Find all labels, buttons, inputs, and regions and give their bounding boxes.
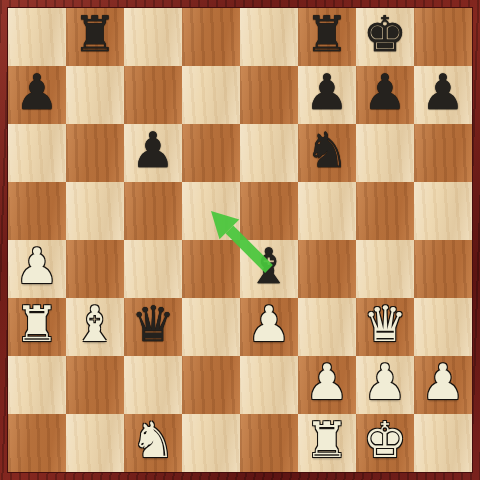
square-e6[interactable]: [240, 124, 298, 182]
piece-white-knight[interactable]: ♞: [131, 412, 175, 470]
square-f2[interactable]: ♟: [298, 356, 356, 414]
square-h6[interactable]: [414, 124, 472, 182]
square-a5[interactable]: [8, 182, 66, 240]
square-a3[interactable]: ♜: [8, 298, 66, 356]
square-b1[interactable]: [66, 414, 124, 472]
square-d2[interactable]: [182, 356, 240, 414]
square-b5[interactable]: [66, 182, 124, 240]
square-h4[interactable]: [414, 240, 472, 298]
square-b4[interactable]: [66, 240, 124, 298]
square-e1[interactable]: [240, 414, 298, 472]
piece-black-queen[interactable]: ♛: [131, 296, 175, 354]
square-c1[interactable]: ♞: [124, 414, 182, 472]
square-d6[interactable]: [182, 124, 240, 182]
square-a1[interactable]: [8, 414, 66, 472]
square-g1[interactable]: ♚: [356, 414, 414, 472]
square-e2[interactable]: [240, 356, 298, 414]
square-c7[interactable]: [124, 66, 182, 124]
square-g6[interactable]: [356, 124, 414, 182]
square-e8[interactable]: [240, 8, 298, 66]
square-d8[interactable]: [182, 8, 240, 66]
piece-white-pawn[interactable]: ♟: [363, 354, 407, 412]
square-d1[interactable]: [182, 414, 240, 472]
board-frame: ♜♜♚♟♟♟♟♟♞♟♝♜♝♛♟♛♟♟♟♞♜♚: [0, 0, 480, 480]
piece-white-pawn[interactable]: ♟: [15, 238, 59, 296]
square-c3[interactable]: ♛: [124, 298, 182, 356]
square-h3[interactable]: [414, 298, 472, 356]
square-e4[interactable]: ♝: [240, 240, 298, 298]
square-f4[interactable]: [298, 240, 356, 298]
square-e3[interactable]: ♟: [240, 298, 298, 356]
piece-black-rook[interactable]: ♜: [305, 6, 349, 64]
square-c8[interactable]: [124, 8, 182, 66]
piece-black-bishop[interactable]: ♝: [247, 238, 291, 296]
square-f1[interactable]: ♜: [298, 414, 356, 472]
square-e5[interactable]: [240, 182, 298, 240]
square-f6[interactable]: ♞: [298, 124, 356, 182]
piece-white-pawn[interactable]: ♟: [421, 354, 465, 412]
square-a8[interactable]: [8, 8, 66, 66]
square-c4[interactable]: [124, 240, 182, 298]
chess-board: ♜♜♚♟♟♟♟♟♞♟♝♜♝♛♟♛♟♟♟♞♜♚: [8, 8, 472, 472]
square-h2[interactable]: ♟: [414, 356, 472, 414]
square-f5[interactable]: [298, 182, 356, 240]
square-b6[interactable]: [66, 124, 124, 182]
piece-black-pawn[interactable]: ♟: [305, 64, 349, 122]
piece-white-rook[interactable]: ♜: [305, 412, 349, 470]
square-h8[interactable]: [414, 8, 472, 66]
piece-white-king[interactable]: ♚: [363, 412, 407, 470]
square-h5[interactable]: [414, 182, 472, 240]
square-g7[interactable]: ♟: [356, 66, 414, 124]
square-g2[interactable]: ♟: [356, 356, 414, 414]
piece-black-rook[interactable]: ♜: [73, 6, 117, 64]
square-d4[interactable]: [182, 240, 240, 298]
square-f8[interactable]: ♜: [298, 8, 356, 66]
piece-white-pawn[interactable]: ♟: [247, 296, 291, 354]
piece-white-bishop[interactable]: ♝: [73, 296, 117, 354]
piece-black-king[interactable]: ♚: [363, 6, 407, 64]
square-g3[interactable]: ♛: [356, 298, 414, 356]
piece-black-pawn[interactable]: ♟: [131, 122, 175, 180]
piece-white-rook[interactable]: ♜: [15, 296, 59, 354]
square-b7[interactable]: [66, 66, 124, 124]
square-c5[interactable]: [124, 182, 182, 240]
square-c2[interactable]: [124, 356, 182, 414]
square-d3[interactable]: [182, 298, 240, 356]
square-a6[interactable]: [8, 124, 66, 182]
piece-black-knight[interactable]: ♞: [305, 122, 349, 180]
square-g5[interactable]: [356, 182, 414, 240]
square-c6[interactable]: ♟: [124, 124, 182, 182]
square-f3[interactable]: [298, 298, 356, 356]
piece-white-pawn[interactable]: ♟: [305, 354, 349, 412]
square-h7[interactable]: ♟: [414, 66, 472, 124]
square-a4[interactable]: ♟: [8, 240, 66, 298]
square-h1[interactable]: [414, 414, 472, 472]
piece-black-pawn[interactable]: ♟: [421, 64, 465, 122]
square-f7[interactable]: ♟: [298, 66, 356, 124]
square-g8[interactable]: ♚: [356, 8, 414, 66]
square-d7[interactable]: [182, 66, 240, 124]
square-a2[interactable]: [8, 356, 66, 414]
square-b2[interactable]: [66, 356, 124, 414]
square-g4[interactable]: [356, 240, 414, 298]
square-d5[interactable]: [182, 182, 240, 240]
square-b3[interactable]: ♝: [66, 298, 124, 356]
piece-black-pawn[interactable]: ♟: [15, 64, 59, 122]
square-a7[interactable]: ♟: [8, 66, 66, 124]
piece-black-pawn[interactable]: ♟: [363, 64, 407, 122]
square-e7[interactable]: [240, 66, 298, 124]
piece-white-queen[interactable]: ♛: [363, 296, 407, 354]
square-b8[interactable]: ♜: [66, 8, 124, 66]
